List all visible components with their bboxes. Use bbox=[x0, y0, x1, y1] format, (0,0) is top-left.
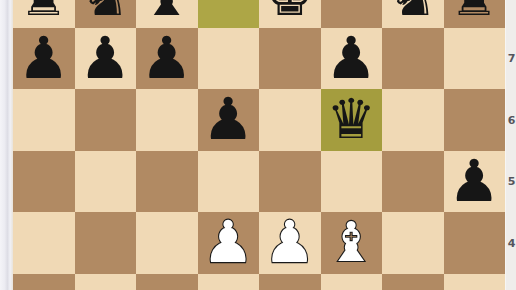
square-g8[interactable]: ♞ bbox=[382, 0, 444, 28]
square-a5[interactable] bbox=[13, 151, 75, 213]
square-f6[interactable]: ♛ bbox=[321, 89, 383, 151]
chessboard-viewport: ♜♞♝♚♞♜♟♟♟♟♟♛♟♟♟♝ 7654 bbox=[0, 0, 516, 290]
square-f5[interactable] bbox=[321, 151, 383, 213]
piece-white-pawn[interactable]: ♟ bbox=[202, 212, 254, 274]
square-d8[interactable] bbox=[198, 0, 260, 28]
piece-black-pawn[interactable]: ♟ bbox=[79, 28, 131, 90]
square-c5[interactable] bbox=[136, 151, 198, 213]
square-h5[interactable]: ♟ bbox=[444, 151, 506, 213]
square-b3[interactable] bbox=[75, 274, 137, 290]
piece-white-bishop[interactable]: ♝ bbox=[327, 212, 376, 274]
square-c4[interactable] bbox=[136, 212, 198, 274]
square-h3[interactable] bbox=[444, 274, 506, 290]
square-d3[interactable] bbox=[198, 274, 260, 290]
rank-label-4: 4 bbox=[506, 237, 516, 248]
rank-coordinate-strip: 7654 bbox=[505, 0, 516, 290]
piece-black-pawn[interactable]: ♟ bbox=[141, 28, 193, 90]
square-h7[interactable] bbox=[444, 28, 506, 90]
square-h4[interactable] bbox=[444, 212, 506, 274]
square-e8[interactable]: ♚ bbox=[259, 0, 321, 28]
square-a4[interactable] bbox=[13, 212, 75, 274]
square-e3[interactable] bbox=[259, 274, 321, 290]
piece-black-queen[interactable]: ♛ bbox=[327, 89, 376, 151]
rank-label-6: 6 bbox=[506, 114, 516, 125]
square-b6[interactable] bbox=[75, 89, 137, 151]
square-b7[interactable]: ♟ bbox=[75, 28, 137, 90]
square-a7[interactable]: ♟ bbox=[13, 28, 75, 90]
piece-black-pawn[interactable]: ♟ bbox=[448, 151, 500, 213]
chess-board[interactable]: ♜♞♝♚♞♜♟♟♟♟♟♛♟♟♟♝ bbox=[13, 0, 505, 290]
square-f4[interactable]: ♝ bbox=[321, 212, 383, 274]
piece-black-knight[interactable]: ♞ bbox=[388, 0, 437, 28]
square-c3[interactable] bbox=[136, 274, 198, 290]
square-d5[interactable] bbox=[198, 151, 260, 213]
piece-white-pawn[interactable]: ♟ bbox=[264, 212, 316, 274]
piece-black-king[interactable]: ♚ bbox=[265, 0, 314, 28]
square-b5[interactable] bbox=[75, 151, 137, 213]
rank-label-5: 5 bbox=[506, 176, 516, 187]
square-c7[interactable]: ♟ bbox=[136, 28, 198, 90]
piece-black-pawn[interactable]: ♟ bbox=[325, 28, 377, 90]
piece-black-pawn[interactable]: ♟ bbox=[202, 89, 254, 151]
square-h6[interactable] bbox=[444, 89, 506, 151]
square-g7[interactable] bbox=[382, 28, 444, 90]
square-d6[interactable]: ♟ bbox=[198, 89, 260, 151]
square-e6[interactable] bbox=[259, 89, 321, 151]
square-f7[interactable]: ♟ bbox=[321, 28, 383, 90]
square-h8[interactable]: ♜ bbox=[444, 0, 506, 28]
square-d4[interactable]: ♟ bbox=[198, 212, 260, 274]
square-a6[interactable] bbox=[13, 89, 75, 151]
square-c6[interactable] bbox=[136, 89, 198, 151]
square-g6[interactable] bbox=[382, 89, 444, 151]
square-f3[interactable] bbox=[321, 274, 383, 290]
square-e5[interactable] bbox=[259, 151, 321, 213]
piece-black-rook[interactable]: ♜ bbox=[450, 0, 499, 28]
square-e4[interactable]: ♟ bbox=[259, 212, 321, 274]
rank-label-7: 7 bbox=[506, 53, 516, 64]
piece-black-pawn[interactable]: ♟ bbox=[18, 28, 70, 90]
square-e7[interactable] bbox=[259, 28, 321, 90]
square-b4[interactable] bbox=[75, 212, 137, 274]
square-g4[interactable] bbox=[382, 212, 444, 274]
left-scrollbar-strip bbox=[0, 0, 13, 290]
square-g5[interactable] bbox=[382, 151, 444, 213]
square-d7[interactable] bbox=[198, 28, 260, 90]
square-g3[interactable] bbox=[382, 274, 444, 290]
square-a3[interactable] bbox=[13, 274, 75, 290]
